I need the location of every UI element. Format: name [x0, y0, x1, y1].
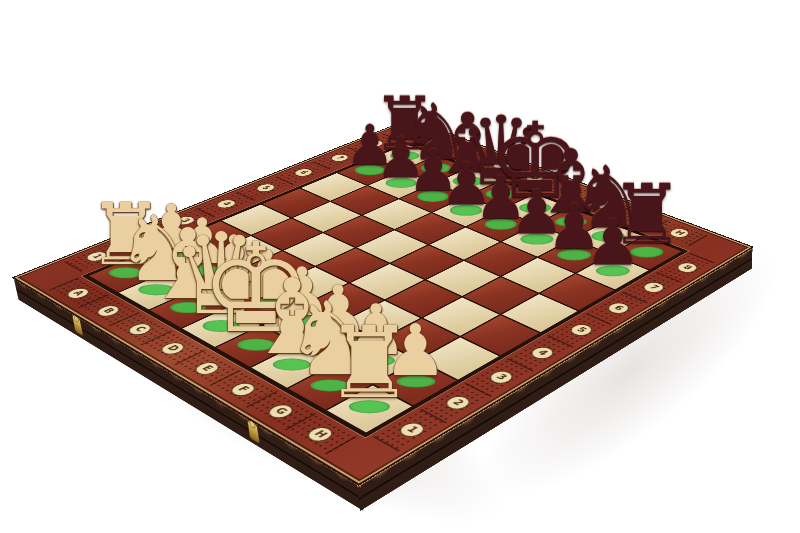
rank-label: 1 [395, 420, 429, 440]
rank-label: 7 [327, 153, 352, 163]
file-label: F [591, 199, 617, 211]
file-label: A [63, 286, 93, 301]
rank-label: 8 [362, 139, 386, 149]
rank-label: 2 [128, 232, 156, 245]
file-label: C [124, 321, 155, 337]
rank-label: 3 [485, 368, 517, 386]
file-label: E [191, 360, 224, 377]
chess-board: ABCDEFGH ABCDEFGH 12345678 12345678 [12, 118, 755, 485]
product-photo: ABCDEFGH ABCDEFGH 12345678 12345678 ♜♞♝♛… [0, 0, 800, 533]
brass-clasp [247, 419, 260, 444]
file-label: G [264, 402, 298, 421]
rank-label: 1 [82, 250, 111, 263]
file-label: C [489, 160, 514, 170]
rank-label: 6 [604, 301, 634, 316]
file-label: D [522, 172, 547, 183]
file-label: H [666, 227, 693, 240]
brass-clasp [72, 314, 84, 336]
file-label: B [457, 148, 482, 158]
scene: ABCDEFGH ABCDEFGH 12345678 12345678 [130, 2, 650, 522]
rank-label: 4 [213, 198, 240, 210]
file-label: G [628, 212, 655, 224]
rank-label: 3 [171, 215, 198, 227]
rank-label: 4 [527, 345, 559, 362]
file-label: D [157, 340, 189, 357]
rank-label: 8 [673, 261, 701, 275]
file-label: E [556, 185, 582, 196]
rank-label: 5 [566, 322, 597, 338]
rank-label: 7 [639, 280, 668, 294]
file-label: H [303, 424, 338, 444]
file-label: A [427, 137, 451, 147]
rank-label: 6 [291, 167, 316, 178]
rank-label: 5 [253, 182, 279, 193]
file-label: F [226, 380, 259, 398]
file-label: B [93, 303, 124, 318]
rank-label: 2 [441, 393, 474, 412]
